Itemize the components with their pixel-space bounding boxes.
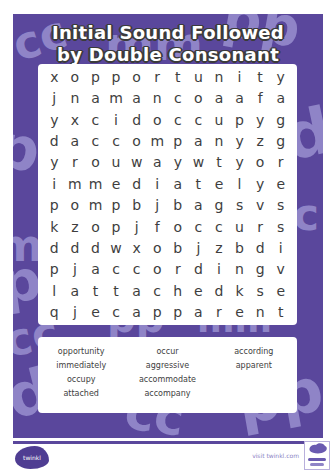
grid-cell[interactable]: c	[106, 259, 127, 280]
word-list-item: accompany	[124, 387, 210, 401]
grid-cell[interactable]: n	[229, 259, 250, 280]
grid-cell[interactable]: w	[188, 152, 209, 173]
grid-cell[interactable]: m	[65, 173, 86, 194]
grid-cell[interactable]: e	[270, 173, 291, 194]
grid-cell[interactable]: s	[270, 216, 291, 237]
worksheet-page: ccmmppdpcmpppmmccddccpp Initial Sound Fo…	[0, 0, 336, 476]
grid-cell[interactable]: b	[168, 194, 189, 215]
page-title-line2: by Double Consonant	[13, 44, 323, 66]
grid-cell[interactable]: p	[44, 194, 65, 215]
grid-cell[interactable]: a	[126, 280, 147, 301]
page-title-line1: Initial Sound Followed	[13, 22, 323, 44]
grid-cell[interactable]: r	[168, 259, 189, 280]
grid-cell[interactable]: d	[188, 259, 209, 280]
grid-cell[interactable]: a	[126, 87, 147, 108]
grid-cell[interactable]: y	[44, 152, 65, 173]
grid-cell[interactable]: e	[270, 280, 291, 301]
grid-cell[interactable]: j	[147, 194, 168, 215]
grid-cell[interactable]: c	[209, 216, 230, 237]
grid-cell[interactable]: c	[85, 109, 106, 130]
grid-cell[interactable]: y	[250, 173, 271, 194]
grid-cell[interactable]: i	[106, 109, 127, 130]
grid-cell[interactable]: o	[147, 259, 168, 280]
grid-cell[interactable]: h	[168, 280, 189, 301]
page-title: Initial Sound Followed by Double Consona…	[13, 22, 323, 66]
grid-cell[interactable]: s	[270, 194, 291, 215]
grid-cell[interactable]: d	[44, 130, 65, 151]
grid-cell[interactable]: l	[229, 173, 250, 194]
grid-cell[interactable]: g	[270, 130, 291, 151]
grid-cell[interactable]: t	[106, 280, 127, 301]
grid-cell[interactable]: y	[250, 109, 271, 130]
grid-cell[interactable]: j	[126, 216, 147, 237]
grid-cell[interactable]: e	[209, 173, 230, 194]
grid-cell[interactable]: d	[65, 237, 86, 258]
grid-cell[interactable]: c	[168, 109, 189, 130]
grid-cell[interactable]: a	[209, 87, 230, 108]
grid-cell[interactable]: d	[44, 237, 65, 258]
grid-cell[interactable]: s	[250, 280, 271, 301]
grid-cell[interactable]: f	[147, 216, 168, 237]
grid-cell[interactable]: c	[168, 87, 189, 108]
word-list-panel: opportunityimmediatelyoccupyattachedoccu…	[38, 337, 297, 413]
grid-cell[interactable]: a	[188, 130, 209, 151]
grid-cell[interactable]: n	[147, 87, 168, 108]
grid-cell[interactable]: p	[44, 259, 65, 280]
grid-cell[interactable]: i	[229, 66, 250, 87]
grid-cell[interactable]: a	[85, 87, 106, 108]
grid-cell[interactable]: j	[44, 87, 65, 108]
grid-cell[interactable]: i	[270, 237, 291, 258]
word-list-item: opportunity	[38, 345, 124, 359]
grid-cell[interactable]: a	[65, 130, 86, 151]
grid-cell[interactable]: p	[106, 216, 127, 237]
grid-cell[interactable]: c	[85, 130, 106, 151]
grid-cell[interactable]: q	[44, 302, 65, 323]
grid-cell[interactable]: r	[209, 302, 230, 323]
grid-cell[interactable]: y	[229, 152, 250, 173]
grid-cell[interactable]: k	[229, 280, 250, 301]
grid-cell[interactable]: o	[188, 87, 209, 108]
grid-cell[interactable]: a	[168, 173, 189, 194]
grid-cell[interactable]: p	[106, 194, 127, 215]
twinkl-logo-text: twinkl	[23, 455, 41, 461]
grid-cell[interactable]: c	[188, 109, 209, 130]
grid-cell[interactable]: t	[85, 280, 106, 301]
grid-cell[interactable]: o	[168, 216, 189, 237]
grid-cell[interactable]: g	[209, 194, 230, 215]
grid-cell[interactable]: y	[229, 130, 250, 151]
grid-cell[interactable]: d	[126, 109, 147, 130]
grid-cell[interactable]: v	[270, 259, 291, 280]
grid-cell[interactable]: j	[188, 237, 209, 258]
grid-cell[interactable]: o	[85, 216, 106, 237]
grid-cell[interactable]: e	[229, 302, 250, 323]
grid-cell[interactable]: e	[85, 302, 106, 323]
grid-cell[interactable]: y	[270, 66, 291, 87]
grid-cell[interactable]: a	[270, 87, 291, 108]
grid-cell[interactable]: y	[168, 152, 189, 173]
grid-cell[interactable]: j	[65, 259, 86, 280]
grid-cell[interactable]: x	[44, 66, 65, 87]
grid-cell[interactable]: u	[209, 109, 230, 130]
grid-cell[interactable]: c	[106, 130, 127, 151]
word-list-item: attached	[38, 387, 124, 401]
grid-cell[interactable]: o	[147, 237, 168, 258]
grid-cell[interactable]: d	[85, 237, 106, 258]
grid-cell[interactable]: b	[126, 194, 147, 215]
twinkl-logo: twinkl	[15, 446, 49, 469]
grid-cell[interactable]: c	[106, 302, 127, 323]
grid-cell[interactable]: x	[126, 237, 147, 258]
grid-cell[interactable]: t	[188, 173, 209, 194]
grid-cell[interactable]: r	[65, 152, 86, 173]
grid-cell[interactable]: e	[188, 280, 209, 301]
grid-cell[interactable]: t	[250, 66, 271, 87]
grid-cell[interactable]: p	[106, 66, 127, 87]
grid-cell[interactable]: y	[44, 109, 65, 130]
word-list-item: occupy	[38, 373, 124, 387]
grid-cell[interactable]: p	[168, 302, 189, 323]
word-list-column: opportunityimmediatelyoccupyattached	[38, 345, 124, 413]
word-list-item: immediately	[38, 359, 124, 373]
grid-cell[interactable]: e	[106, 173, 127, 194]
grid-cell[interactable]: o	[147, 109, 168, 130]
grid-cell[interactable]: u	[188, 66, 209, 87]
grid-cell[interactable]: a	[229, 87, 250, 108]
grid-cell[interactable]: d	[250, 237, 271, 258]
grid-cell[interactable]: a	[188, 194, 209, 215]
grid-cell[interactable]: p	[168, 130, 189, 151]
footer-divider	[13, 441, 323, 444]
grid-cell[interactable]: l	[44, 280, 65, 301]
grid-cell[interactable]: o	[126, 66, 147, 87]
grid-cell[interactable]: o	[126, 130, 147, 151]
grid-cell[interactable]: z	[250, 130, 271, 151]
puzzle-sheet: ccmmppdpcmpppmmccddccpp Initial Sound Fo…	[13, 14, 323, 438]
word-search-grid: xopportunityjnamancoaafayxcidoccupygdacc…	[44, 66, 291, 323]
word-list-column: occuraggressiveaccommodateaccompany	[124, 345, 210, 413]
grid-cell[interactable]: t	[209, 152, 230, 173]
grid-cell[interactable]: c	[126, 259, 147, 280]
grid-cell[interactable]: o	[65, 194, 86, 215]
grid-cell[interactable]: p	[147, 302, 168, 323]
word-list-item: apparent	[211, 359, 297, 373]
grid-cell[interactable]: a	[85, 259, 106, 280]
grid-cell[interactable]: r	[250, 216, 271, 237]
grid-cell[interactable]: i	[147, 173, 168, 194]
grid-cell[interactable]: u	[106, 152, 127, 173]
website-link[interactable]: visit twinkl.com	[252, 452, 299, 459]
grid-cell[interactable]: f	[250, 87, 271, 108]
grid-cell[interactable]: m	[106, 87, 127, 108]
grid-cell[interactable]: m	[85, 194, 106, 215]
word-list-item: according	[211, 345, 297, 359]
grid-cell[interactable]: o	[250, 152, 271, 173]
grid-cell[interactable]: k	[44, 216, 65, 237]
grid-cell[interactable]: b	[168, 237, 189, 258]
word-search-grid-panel: xopportunityjnamancoaafayxcidoccupygdacc…	[38, 64, 297, 325]
grid-cell[interactable]: u	[229, 216, 250, 237]
grid-cell[interactable]: c	[147, 280, 168, 301]
grid-cell[interactable]: p	[229, 109, 250, 130]
grid-cell[interactable]: c	[188, 216, 209, 237]
grid-cell[interactable]: n	[250, 302, 271, 323]
grid-cell[interactable]: a	[65, 280, 86, 301]
footer-badge-icon	[304, 441, 330, 470]
grid-cell[interactable]: w	[106, 237, 127, 258]
word-list-column: accordingapparent	[211, 345, 297, 413]
grid-cell[interactable]: j	[65, 302, 86, 323]
word-list-item: aggressive	[124, 359, 210, 373]
grid-cell[interactable]: i	[44, 173, 65, 194]
grid-cell[interactable]: b	[229, 237, 250, 258]
grid-cell[interactable]: g	[250, 259, 271, 280]
grid-cell[interactable]: a	[188, 302, 209, 323]
grid-cell[interactable]: z	[65, 216, 86, 237]
grid-cell[interactable]: d	[209, 280, 230, 301]
grid-cell[interactable]: a	[147, 152, 168, 173]
grid-cell[interactable]: d	[126, 173, 147, 194]
grid-cell[interactable]: o	[65, 66, 86, 87]
grid-cell[interactable]: a	[126, 302, 147, 323]
grid-cell[interactable]: m	[147, 130, 168, 151]
grid-cell[interactable]: o	[85, 152, 106, 173]
grid-cell[interactable]: n	[209, 66, 230, 87]
word-list: opportunityimmediatelyoccupyattachedoccu…	[38, 345, 297, 413]
grid-cell[interactable]: s	[229, 194, 250, 215]
grid-cell[interactable]: v	[250, 194, 271, 215]
grid-cell[interactable]: r	[147, 66, 168, 87]
grid-cell[interactable]: p	[85, 66, 106, 87]
grid-cell[interactable]: n	[209, 130, 230, 151]
grid-cell[interactable]: t	[168, 66, 189, 87]
grid-cell[interactable]: r	[270, 152, 291, 173]
grid-cell[interactable]: w	[126, 152, 147, 173]
grid-cell[interactable]: i	[209, 259, 230, 280]
grid-cell[interactable]: z	[209, 237, 230, 258]
grid-cell[interactable]: x	[65, 109, 86, 130]
word-list-item: occur	[124, 345, 210, 359]
grid-cell[interactable]: t	[270, 302, 291, 323]
grid-cell[interactable]: g	[270, 109, 291, 130]
grid-cell[interactable]: m	[85, 173, 106, 194]
grid-cell[interactable]: n	[65, 87, 86, 108]
word-list-item: accommodate	[124, 373, 210, 387]
